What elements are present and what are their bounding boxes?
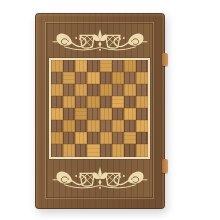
board-square (75, 84, 87, 96)
board-square (87, 132, 99, 144)
board-square (124, 144, 136, 156)
board-square (124, 108, 136, 120)
board-square (112, 96, 124, 108)
board-square (136, 120, 148, 132)
board-square (75, 120, 87, 132)
board-square (75, 72, 87, 84)
board-square (124, 132, 136, 144)
board-square (112, 120, 124, 132)
board-square (51, 144, 63, 156)
board-square (75, 96, 87, 108)
board-square (63, 60, 75, 72)
board-square (63, 108, 75, 120)
board-square (100, 132, 112, 144)
chess-board (51, 60, 148, 157)
hinge-bottom (162, 159, 168, 173)
board-square (51, 72, 63, 84)
board-square (87, 108, 99, 120)
board-square (112, 144, 124, 156)
ornament-panel-bottom (47, 159, 152, 197)
board-square (75, 132, 87, 144)
board-square (100, 144, 112, 156)
board-square (87, 72, 99, 84)
inlay-ornament-bottom-icon (51, 165, 149, 192)
wooden-game-case (35, 13, 165, 209)
board-square (124, 120, 136, 132)
board-square (63, 144, 75, 156)
board-square (51, 108, 63, 120)
board-square (136, 96, 148, 108)
board-square (100, 72, 112, 84)
board-square (100, 96, 112, 108)
board-square (63, 96, 75, 108)
board-square (112, 60, 124, 72)
board-square (87, 120, 99, 132)
board-square (112, 132, 124, 144)
board-frame (49, 58, 150, 159)
board-square (124, 84, 136, 96)
board-square (136, 144, 148, 156)
board-square (136, 132, 148, 144)
board-square (100, 84, 112, 96)
board-square (75, 108, 87, 120)
board-square (51, 96, 63, 108)
board-square (51, 132, 63, 144)
board-square (100, 108, 112, 120)
board-square (63, 132, 75, 144)
board-square (75, 144, 87, 156)
board-square (87, 84, 99, 96)
board-square (51, 60, 63, 72)
board-square (136, 108, 148, 120)
board-square (51, 120, 63, 132)
board-square (112, 72, 124, 84)
board-square (63, 72, 75, 84)
board-square (112, 108, 124, 120)
hinge-top (162, 53, 168, 66)
ornament-panel-top (47, 24, 152, 57)
board-square (87, 144, 99, 156)
board-square (63, 120, 75, 132)
board-square (87, 96, 99, 108)
board-square (87, 60, 99, 72)
board-square (75, 60, 87, 72)
board-square (100, 120, 112, 132)
board-square (100, 60, 112, 72)
board-square (136, 60, 148, 72)
case-inner-face (47, 24, 152, 197)
board-band (47, 57, 152, 159)
board-square (136, 84, 148, 96)
board-square (51, 84, 63, 96)
inlay-ornament-top-icon (51, 27, 149, 54)
board-square (124, 96, 136, 108)
board-square (112, 84, 124, 96)
board-square (136, 72, 148, 84)
board-square (124, 72, 136, 84)
board-square (63, 84, 75, 96)
board-square (124, 60, 136, 72)
